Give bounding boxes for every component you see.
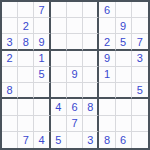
cell-r5c5[interactable]: 9 [67,67,83,83]
cell-r2c8[interactable]: 9 [116,18,132,34]
cell-r1c5[interactable] [67,2,83,18]
cell-r7c1[interactable] [2,99,18,115]
cell-r5c3[interactable]: 5 [34,67,50,83]
cell-r7c5[interactable]: 6 [67,99,83,115]
cell-r1c9[interactable] [132,2,148,18]
cell-r9c6[interactable]: 3 [83,132,99,148]
cell-r1c8[interactable] [116,2,132,18]
cell-r9c5[interactable] [67,132,83,148]
cell-r8c8[interactable] [116,116,132,132]
cell-r7c8[interactable] [116,99,132,115]
cell-r4c5[interactable] [67,51,83,67]
cell-r9c4[interactable]: 5 [51,132,67,148]
cell-r6c1[interactable]: 8 [2,83,18,99]
cell-r6c2[interactable] [18,83,34,99]
cell-r4c6[interactable] [83,51,99,67]
cell-r4c4[interactable] [51,51,67,67]
cell-r5c4[interactable] [51,67,67,83]
cell-r1c1[interactable] [2,2,18,18]
cell-r5c1[interactable] [2,67,18,83]
cell-r2c6[interactable] [83,18,99,34]
sudoku-board: 76293892572193591854687745386 [0,0,150,150]
cell-r8c4[interactable] [51,116,67,132]
cell-r4c8[interactable] [116,51,132,67]
cell-r6c9[interactable]: 5 [132,83,148,99]
cell-r1c6[interactable] [83,2,99,18]
cell-r1c3[interactable]: 7 [34,2,50,18]
cell-r5c9[interactable] [132,67,148,83]
cell-r2c7[interactable] [99,18,115,34]
cell-r3c8[interactable]: 5 [116,34,132,50]
cell-r3c4[interactable] [51,34,67,50]
cell-r8c3[interactable] [34,116,50,132]
cell-r9c2[interactable]: 7 [18,132,34,148]
cell-r3c9[interactable]: 7 [132,34,148,50]
cell-r1c7[interactable]: 6 [99,2,115,18]
cell-r7c2[interactable] [18,99,34,115]
cell-r8c6[interactable] [83,116,99,132]
cell-r1c4[interactable] [51,2,67,18]
cell-r3c7[interactable]: 2 [99,34,115,50]
cell-r5c2[interactable] [18,67,34,83]
cell-r4c1[interactable]: 2 [2,51,18,67]
cell-r6c6[interactable] [83,83,99,99]
cell-r3c5[interactable] [67,34,83,50]
cell-r2c5[interactable] [67,18,83,34]
cell-r2c4[interactable] [51,18,67,34]
cell-r6c5[interactable] [67,83,83,99]
cell-r8c2[interactable] [18,116,34,132]
cell-r6c3[interactable] [34,83,50,99]
cell-r3c2[interactable]: 8 [18,34,34,50]
cell-r4c2[interactable] [18,51,34,67]
cell-r9c8[interactable]: 6 [116,132,132,148]
cell-r7c3[interactable] [34,99,50,115]
cell-r1c2[interactable] [18,2,34,18]
cell-r5c6[interactable] [83,67,99,83]
cell-r8c1[interactable] [2,116,18,132]
cell-r8c7[interactable] [99,116,115,132]
cell-r3c3[interactable]: 9 [34,34,50,50]
cell-r9c3[interactable]: 4 [34,132,50,148]
cell-r7c9[interactable] [132,99,148,115]
cell-r9c1[interactable] [2,132,18,148]
cell-r9c7[interactable]: 8 [99,132,115,148]
cell-r3c6[interactable] [83,34,99,50]
cell-r6c7[interactable] [99,83,115,99]
cell-r6c8[interactable] [116,83,132,99]
cell-r2c9[interactable] [132,18,148,34]
cell-r4c3[interactable]: 1 [34,51,50,67]
cell-r4c7[interactable]: 9 [99,51,115,67]
cell-r6c4[interactable] [51,83,67,99]
cell-r2c3[interactable] [34,18,50,34]
cell-r5c8[interactable] [116,67,132,83]
cell-r2c2[interactable]: 2 [18,18,34,34]
cell-r7c7[interactable] [99,99,115,115]
cell-r7c6[interactable]: 8 [83,99,99,115]
cell-r8c5[interactable]: 7 [67,116,83,132]
cell-r8c9[interactable] [132,116,148,132]
cell-r2c1[interactable] [2,18,18,34]
cell-r9c9[interactable] [132,132,148,148]
cell-r7c4[interactable]: 4 [51,99,67,115]
cell-r5c7[interactable]: 1 [99,67,115,83]
cell-r4c9[interactable]: 3 [132,51,148,67]
cell-r3c1[interactable]: 3 [2,34,18,50]
